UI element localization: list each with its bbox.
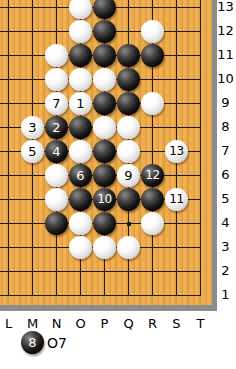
row-label-11: 11	[215, 47, 236, 63]
stone-move-number: 13	[169, 140, 183, 163]
col-label-Q: Q	[120, 316, 137, 331]
stone-white-O4	[69, 212, 92, 235]
col-label-S: S	[168, 316, 185, 331]
stone-black-R5	[141, 188, 164, 211]
stone-black-N4	[45, 212, 68, 235]
stone-white-N11	[45, 44, 68, 67]
stone-white-S5: 11	[165, 188, 188, 211]
stone-move-number: 3	[28, 116, 36, 139]
caption-move-stone: 8	[21, 331, 44, 354]
stone-move-number: 7	[52, 92, 60, 115]
stone-black-Q9	[117, 92, 140, 115]
row-label-1: 1	[215, 287, 236, 303]
stone-white-O12	[69, 20, 92, 43]
row-label-4: 4	[215, 215, 236, 231]
caption-move-number: 8	[28, 331, 36, 354]
stone-white-O3	[69, 236, 92, 259]
stone-white-R12	[141, 20, 164, 43]
stone-white-Q8	[117, 116, 140, 139]
stone-white-M7: 5	[21, 140, 44, 163]
stone-black-N8: 2	[45, 116, 68, 139]
stone-move-number: 5	[28, 140, 36, 163]
stone-white-Q6: 9	[117, 164, 140, 187]
col-label-O: O	[72, 316, 89, 331]
stone-move-number: 10	[97, 188, 111, 211]
stone-white-M8: 3	[21, 116, 44, 139]
stone-white-P10	[93, 68, 116, 91]
stone-white-N9: 7	[45, 92, 68, 115]
stone-white-S7: 13	[165, 140, 188, 163]
row-label-10: 10	[215, 71, 236, 87]
col-label-R: R	[144, 316, 161, 331]
col-label-N: N	[48, 316, 65, 331]
col-label-L: L	[0, 316, 17, 331]
row-label-8: 8	[215, 119, 236, 135]
stone-black-O8	[69, 116, 92, 139]
stone-black-R6: 12	[141, 164, 164, 187]
row-label-5: 5	[215, 191, 236, 207]
grid-line-row-2	[0, 271, 201, 272]
stone-move-number: 2	[52, 116, 60, 139]
stone-black-O11	[69, 44, 92, 67]
row-label-3: 3	[215, 239, 236, 255]
stone-white-O9: 1	[69, 92, 92, 115]
col-label-P: P	[96, 316, 113, 331]
stone-black-N7: 4	[45, 140, 68, 163]
stone-white-N10	[45, 68, 68, 91]
go-diagram: 8 O7 7132541369121011LMNOPQRST1312111098…	[0, 0, 236, 369]
stone-white-P3	[93, 236, 116, 259]
row-label-2: 2	[215, 263, 236, 279]
grid-line-row-1	[0, 295, 201, 296]
stone-black-P6	[93, 164, 116, 187]
stone-white-O10	[69, 68, 92, 91]
row-label-12: 12	[215, 23, 236, 39]
stone-black-P11	[93, 44, 116, 67]
stone-move-number: 1	[76, 92, 84, 115]
row-label-6: 6	[215, 167, 236, 183]
row-label-9: 9	[215, 95, 236, 111]
stone-white-P8	[93, 116, 116, 139]
stone-move-number: 4	[52, 140, 60, 163]
stone-black-P4	[93, 212, 116, 235]
stone-white-R4	[141, 212, 164, 235]
stone-black-P5: 10	[93, 188, 116, 211]
stone-black-O6: 6	[69, 164, 92, 187]
stone-white-N5	[45, 188, 68, 211]
stone-white-Q3	[117, 236, 140, 259]
stone-white-N6	[45, 164, 68, 187]
caption-location-text: O7	[47, 335, 67, 351]
row-label-7: 7	[215, 143, 236, 159]
stone-black-Q11	[117, 44, 140, 67]
stone-black-Q5	[117, 188, 140, 211]
stone-white-R9	[141, 92, 164, 115]
stone-black-R11	[141, 44, 164, 67]
stone-black-P9	[93, 92, 116, 115]
stone-move-number: 12	[145, 164, 159, 187]
col-label-M: M	[24, 316, 41, 331]
stone-move-number: 6	[76, 164, 84, 187]
stone-white-O7	[69, 140, 92, 163]
row-label-13: 13	[215, 0, 236, 15]
stone-white-Q7	[117, 140, 140, 163]
stone-black-P7	[93, 140, 116, 163]
stone-move-number: 11	[169, 188, 183, 211]
stone-black-P12	[93, 20, 116, 43]
star-point-Q4	[127, 222, 131, 226]
col-label-T: T	[192, 316, 209, 331]
stone-move-number: 9	[124, 164, 132, 187]
grid-line-col-T	[200, 0, 201, 296]
grid-line-col-L	[8, 0, 9, 296]
stone-black-O5	[69, 188, 92, 211]
stone-black-Q10	[117, 68, 140, 91]
